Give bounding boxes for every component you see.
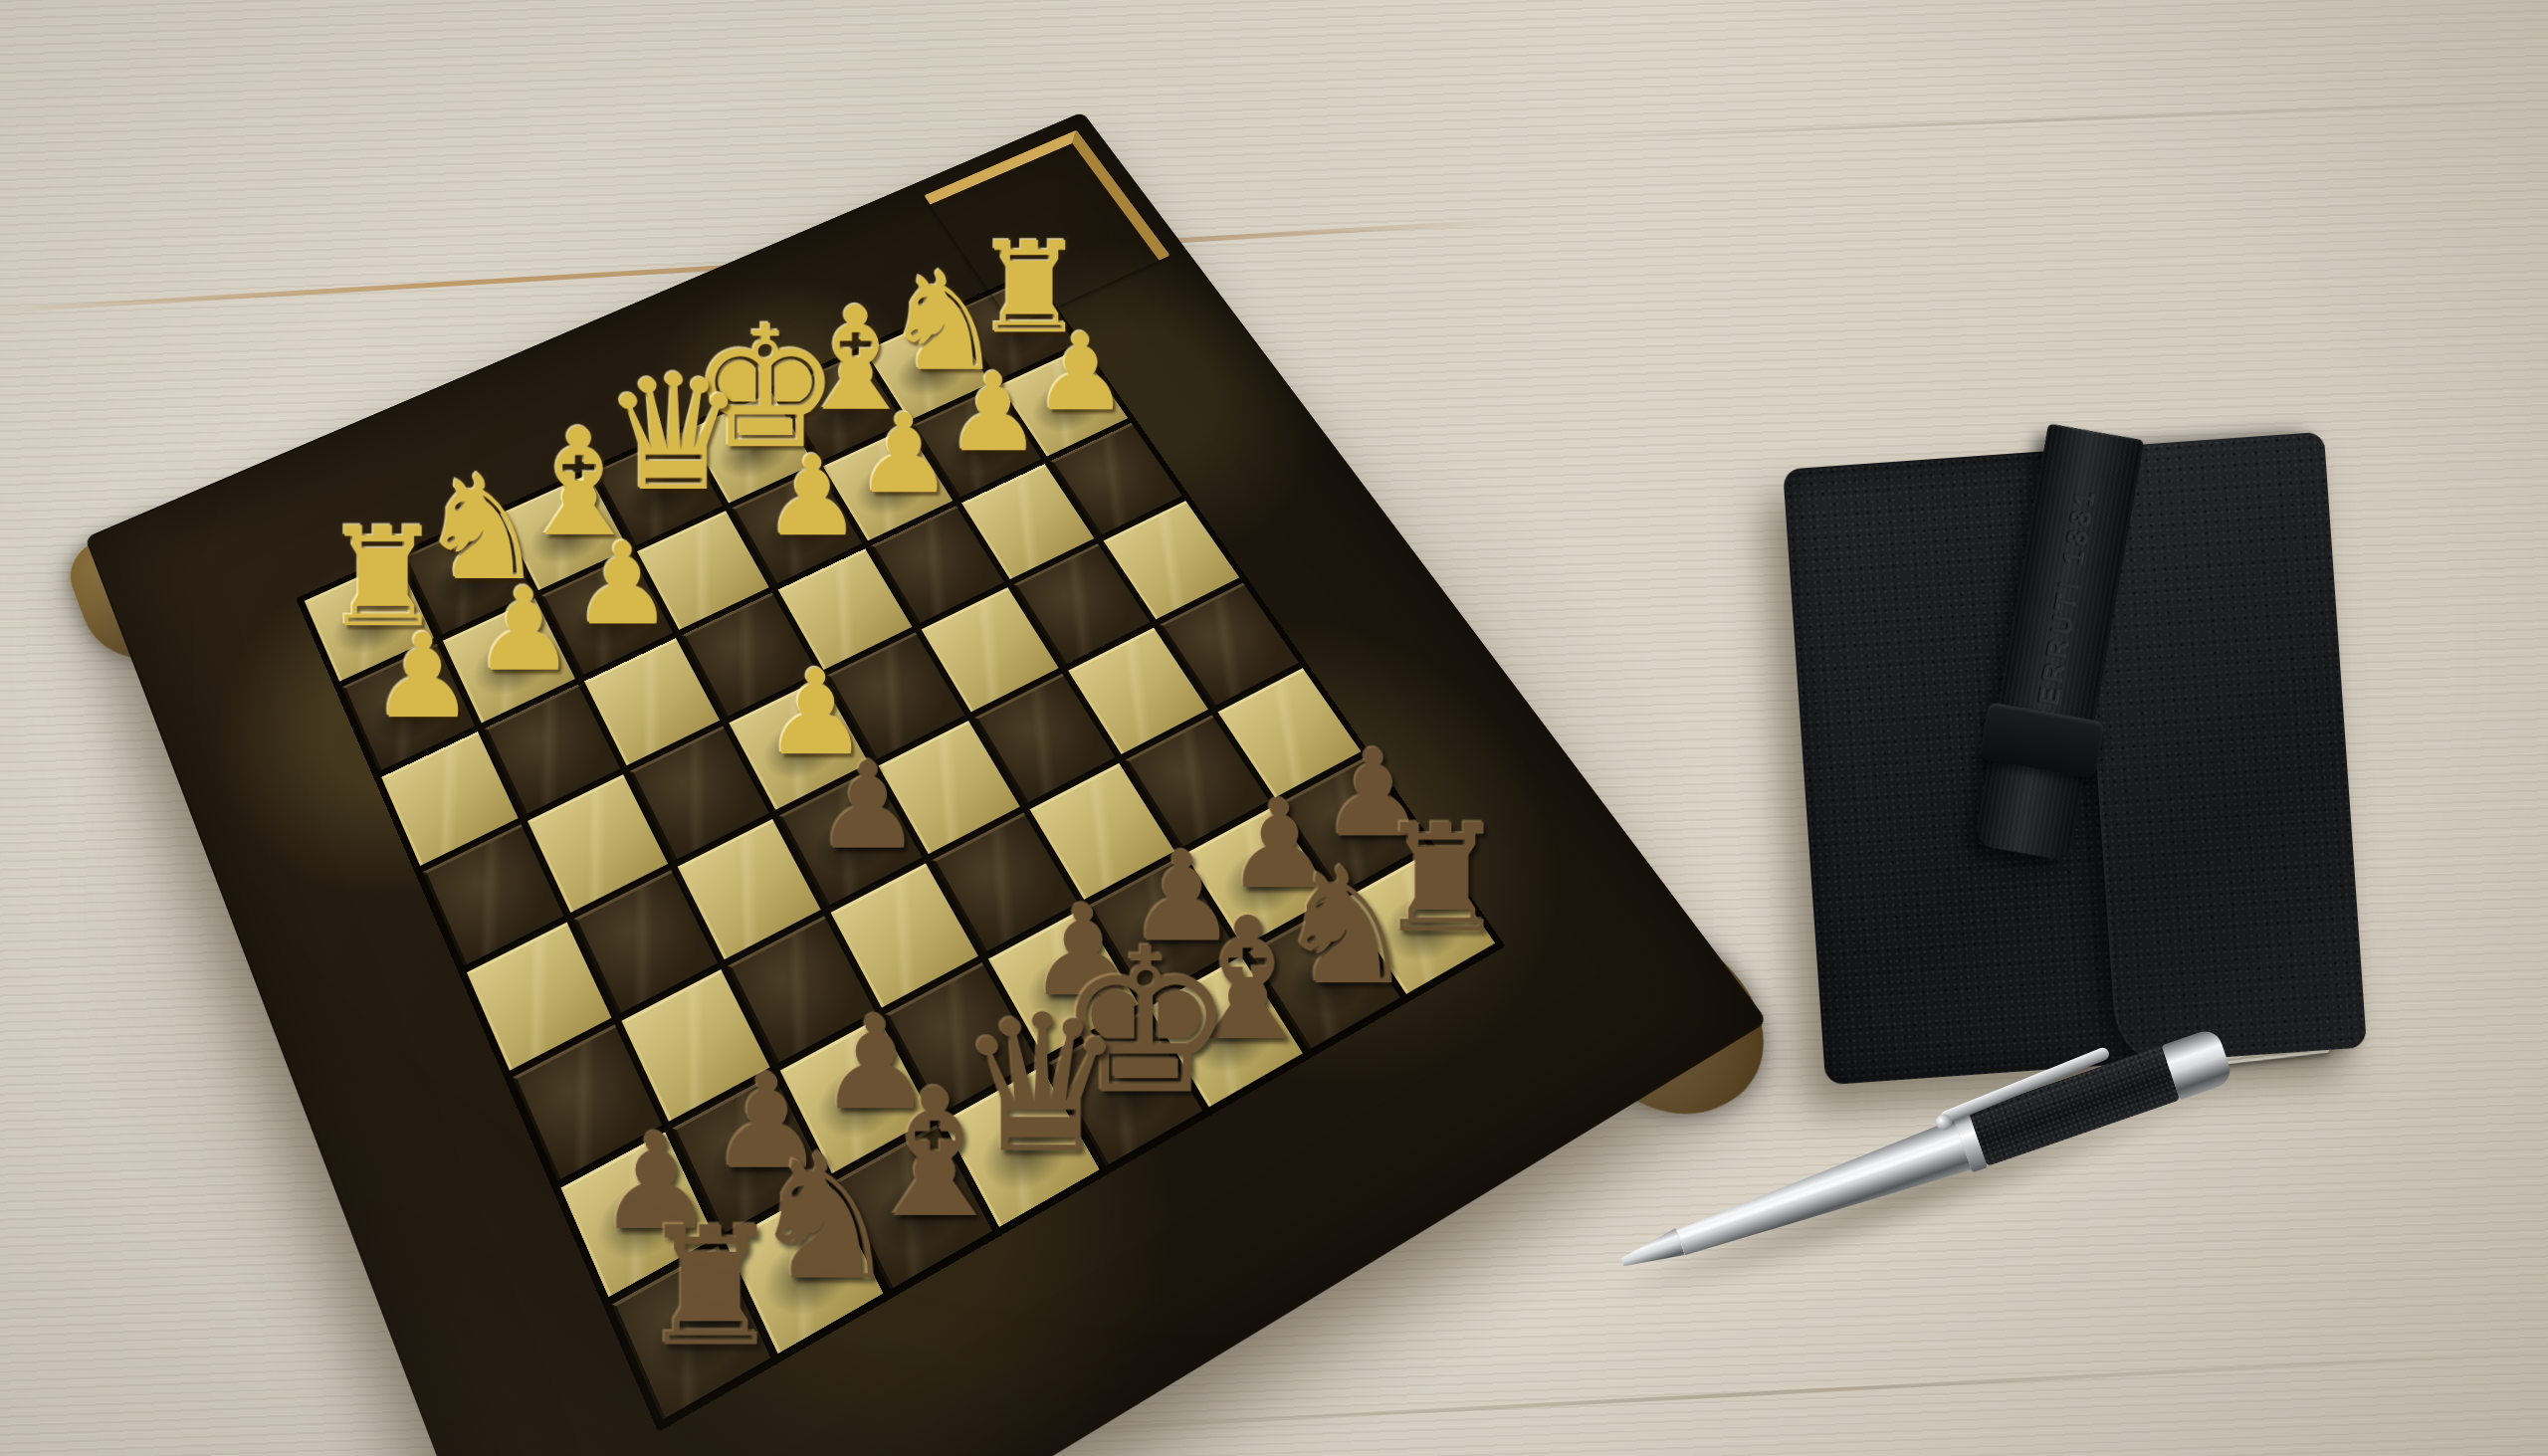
chessboard-scene: ♜♞♝♛♚♝♞♜♟♟♟♟♟♟♟♟♟♟♟♟♟♟♟♟♜♞♝♛♚♝♞♜ [0,0,1792,1456]
square-a8[interactable]: ♜ [612,1245,771,1419]
piece-gold-pawn[interactable]: ♟ [710,439,917,552]
square-e2[interactable]: ♟ [732,469,862,584]
ballpoint-pen [1592,1075,2329,1403]
square-a2[interactable]: ♟ [342,644,476,772]
leather-notebook: CERRUTI 1881 [1783,432,2367,1086]
pen-tip [1616,1226,1686,1278]
board-grid: ♜♞♝♛♚♝♞♜♟♟♟♟♟♟♟♟♟♟♟♟♟♟♟♟♜♞♝♛♚♝♞♜ [296,271,1506,1432]
piece-gold-pawn[interactable]: ♟ [315,616,531,734]
bronze-foot [61,490,268,686]
piece-bronze-rook[interactable]: ♜ [583,1202,837,1369]
brand-embossing: CERRUTI 1881 [2028,484,2102,731]
strap-keeper-loop [1979,702,2104,779]
chess-board: ♜♞♝♛♚♝♞♜♟♟♟♟♟♟♟♟♟♟♟♟♟♟♟♟♜♞♝♛♚♝♞♜ [85,111,1768,1456]
piece-bronze-pawn[interactable]: ♟ [755,743,980,867]
